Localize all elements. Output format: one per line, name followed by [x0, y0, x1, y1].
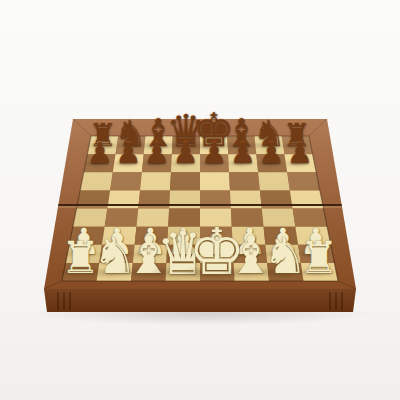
- piece-black-pawn-e7[interactable]: ♟: [200, 139, 229, 168]
- piece-black-pawn-d7[interactable]: ♟: [171, 139, 200, 168]
- piece-black-pawn-c7[interactable]: ♟: [143, 139, 172, 168]
- piece-white-rook-h1[interactable]: ♜: [297, 236, 341, 280]
- piece-black-pawn-b7[interactable]: ♟: [114, 139, 143, 168]
- photo-background: ♜♞♝♛♚♝♞♜♟♟♟♟♟♟♟♟♟♟♟♟♟♟♟♟♜♞♝♛♚♝♞♜: [0, 0, 400, 400]
- pieces-layer: ♜♞♝♛♚♝♞♜♟♟♟♟♟♟♟♟♟♟♟♟♟♟♟♟♜♞♝♛♚♝♞♜: [0, 0, 400, 400]
- piece-black-pawn-f7[interactable]: ♟: [228, 139, 257, 168]
- piece-black-pawn-h7[interactable]: ♟: [286, 139, 315, 168]
- piece-black-pawn-g7[interactable]: ♟: [257, 139, 286, 168]
- piece-black-pawn-a7[interactable]: ♟: [85, 139, 114, 168]
